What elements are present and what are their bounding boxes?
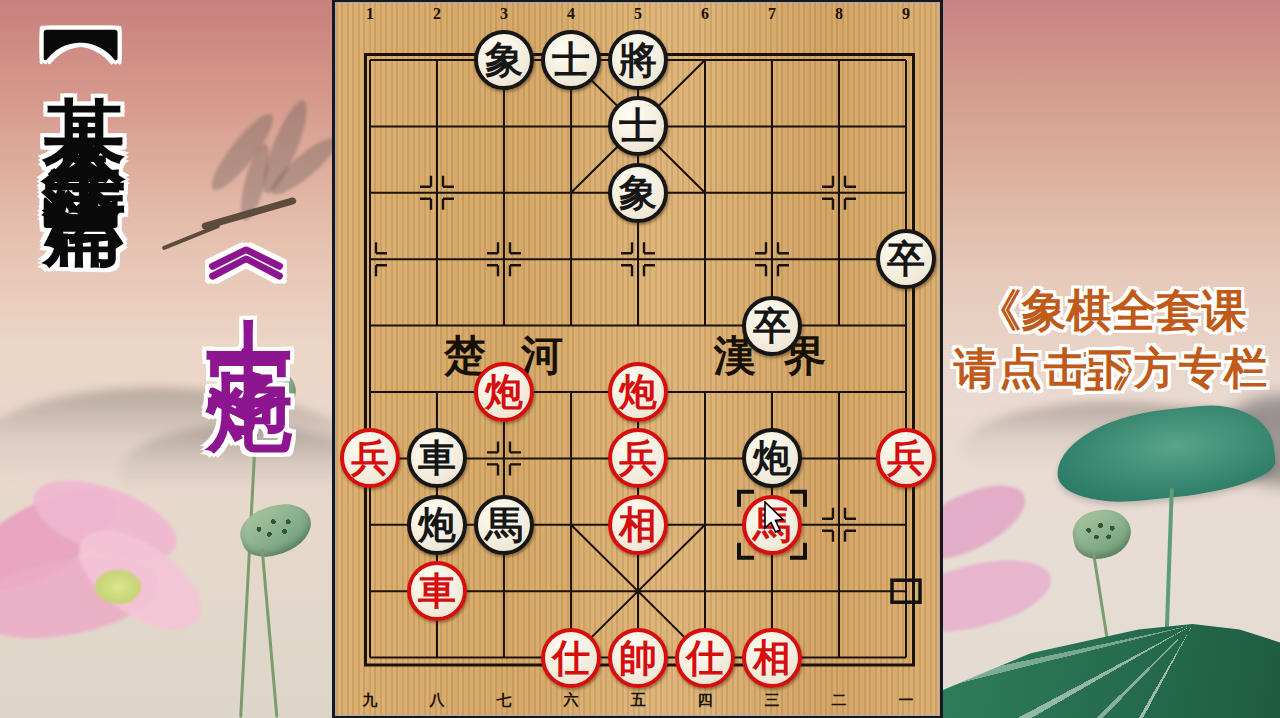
piece-black-車[interactable]: 車: [407, 428, 467, 488]
left-banner-title: 【基本杀法篇】: [42, 5, 126, 166]
piece-black-馬[interactable]: 馬: [474, 495, 534, 555]
lotus-pod-icon: [1069, 505, 1134, 562]
bottom-file-label: 八: [430, 691, 445, 710]
bottom-file-label: 三: [765, 691, 780, 710]
dragonfly-wing-icon: [255, 96, 315, 198]
lotus-pod-stem: [261, 548, 279, 718]
lotus-petal: [0, 469, 131, 611]
bottom-file-label: 七: [497, 691, 512, 710]
piece-black-將[interactable]: 將: [608, 30, 668, 90]
piece-black-卒[interactable]: 卒: [742, 296, 802, 356]
right-banner-line2: 请点击下方专栏: [943, 340, 1280, 398]
piece-red-相[interactable]: 相: [742, 628, 802, 688]
mountain-wash-right: [963, 402, 1280, 467]
piece-black-炮[interactable]: 炮: [742, 428, 802, 488]
top-file-label: 6: [701, 5, 709, 23]
left-banner-subtitle: 《十字炮》: [207, 221, 293, 356]
piece-red-仕[interactable]: 仕: [541, 628, 601, 688]
mouse-cursor-icon: [764, 501, 786, 535]
top-file-label: 1: [366, 5, 374, 23]
top-file-label: 4: [567, 5, 575, 23]
lotus-petal: [0, 544, 165, 651]
bottom-file-label: 二: [832, 691, 847, 710]
xiangqi-board-frame: 123456789九八七六五四三二一楚河漢界 象士將士象卒卒炮炮兵車兵炮兵炮馬相…: [332, 0, 943, 718]
piece-black-炮[interactable]: 炮: [407, 495, 467, 555]
piece-black-卒[interactable]: 卒: [876, 229, 936, 289]
piece-red-帥[interactable]: 帥: [608, 628, 668, 688]
lotus-pod-icon: [218, 361, 299, 427]
lotus-pod-stem: [1092, 552, 1113, 666]
top-file-label: 9: [902, 5, 910, 23]
lotus-leaf-large-icon: [943, 610, 1280, 718]
piece-black-象[interactable]: 象: [608, 163, 668, 223]
bottom-file-label: 九: [363, 691, 378, 710]
piece-black-象[interactable]: 象: [474, 30, 534, 90]
lotus-leaf-icon: [1052, 399, 1278, 509]
lotus-pod-icon: [234, 496, 317, 564]
top-file-label: 8: [835, 5, 843, 23]
piece-red-兵[interactable]: 兵: [340, 428, 400, 488]
right-decor-panel: 《象棋全套课程》 请点击下方专栏: [943, 0, 1280, 718]
piece-red-兵[interactable]: 兵: [876, 428, 936, 488]
bottom-file-label: 五: [631, 691, 646, 710]
top-file-label: 2: [433, 5, 441, 23]
top-file-label: 7: [768, 5, 776, 23]
left-decor-panel: 【基本杀法篇】 《十字炮》: [0, 0, 332, 718]
piece-red-炮[interactable]: 炮: [608, 362, 668, 422]
video-frame: 【基本杀法篇】 《十字炮》 《象棋全套课程》 请点击下方专栏 123456789…: [0, 0, 1280, 718]
ink-cloud: [1218, 395, 1280, 485]
dragonfly-wing-icon: [235, 141, 275, 223]
bottom-file-label: 一: [899, 691, 914, 710]
piece-red-仕[interactable]: 仕: [675, 628, 735, 688]
piece-red-兵[interactable]: 兵: [608, 428, 668, 488]
lotus-pod-stem: [239, 418, 258, 718]
lotus-center: [95, 570, 141, 604]
top-file-label: 5: [634, 5, 642, 23]
piece-red-車[interactable]: 車: [407, 561, 467, 621]
bottom-file-label: 四: [698, 691, 713, 710]
mountain-wash: [0, 388, 370, 483]
dragonfly-wing-icon: [204, 107, 281, 197]
top-file-label: 3: [500, 5, 508, 23]
piece-red-相[interactable]: 相: [608, 495, 668, 555]
piece-black-士[interactable]: 士: [608, 96, 668, 156]
piece-red-炮[interactable]: 炮: [474, 362, 534, 422]
xiangqi-board[interactable]: 123456789九八七六五四三二一楚河漢界 象士將士象卒卒炮炮兵車兵炮兵炮馬相…: [336, 3, 939, 715]
lotus-petal: [23, 464, 186, 576]
lotus-leaf-stem: [1164, 488, 1174, 648]
bottom-file-label: 六: [564, 691, 579, 710]
lotus-petal: [63, 511, 218, 649]
piece-black-士[interactable]: 士: [541, 30, 601, 90]
